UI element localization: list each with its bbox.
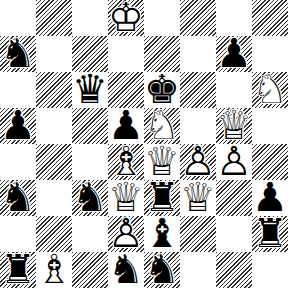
- square-h2[interactable]: ♜♜: [252, 216, 288, 252]
- black-knight-c3[interactable]: ♞: [72, 179, 108, 215]
- black-knight-a3[interactable]: ♞: [0, 179, 36, 215]
- square-b6[interactable]: [36, 72, 72, 108]
- square-g7[interactable]: ♟♟: [216, 36, 252, 72]
- white-pawn-g4[interactable]: ♙: [216, 143, 252, 179]
- square-c3[interactable]: ♞♞: [72, 180, 108, 216]
- black-knight-a7[interactable]: ♞: [0, 35, 36, 71]
- square-d8[interactable]: ♚♔: [108, 0, 144, 36]
- square-h6[interactable]: ♞♘: [252, 72, 288, 108]
- square-f8[interactable]: [180, 0, 216, 36]
- white-knight-h6[interactable]: ♘: [252, 71, 288, 107]
- black-knight-e1[interactable]: ♞: [144, 251, 180, 287]
- square-c2[interactable]: [72, 216, 108, 252]
- square-b3[interactable]: [36, 180, 72, 216]
- square-b4[interactable]: [36, 144, 72, 180]
- black-pawn-g7[interactable]: ♟: [216, 35, 252, 71]
- square-h1[interactable]: [252, 252, 288, 288]
- square-a1[interactable]: ♜♜: [0, 252, 36, 288]
- square-f1[interactable]: [180, 252, 216, 288]
- square-b7[interactable]: [36, 36, 72, 72]
- square-f7[interactable]: [180, 36, 216, 72]
- square-a7[interactable]: ♞♞: [0, 36, 36, 72]
- square-f2[interactable]: [180, 216, 216, 252]
- chess-board: ♚♔♞♞♟♟♛♛♚♚♞♘♟♟♟♟♞♘♛♕♝♗♛♕♟♙♟♙♞♞♞♞♛♕♜♜♛♕♟♟…: [0, 0, 288, 288]
- square-d1[interactable]: ♞♞: [108, 252, 144, 288]
- square-g1[interactable]: [216, 252, 252, 288]
- black-rook-h2[interactable]: ♜: [252, 215, 288, 251]
- square-h8[interactable]: [252, 0, 288, 36]
- square-c1[interactable]: [72, 252, 108, 288]
- square-c8[interactable]: [72, 0, 108, 36]
- square-a5[interactable]: ♟♟: [0, 108, 36, 144]
- square-e1[interactable]: ♞♞: [144, 252, 180, 288]
- square-g3[interactable]: [216, 180, 252, 216]
- square-b1[interactable]: ♝♗: [36, 252, 72, 288]
- square-b8[interactable]: [36, 0, 72, 36]
- black-queen-c6[interactable]: ♛: [72, 71, 108, 107]
- black-pawn-a5[interactable]: ♟: [0, 107, 36, 143]
- square-f3[interactable]: ♛♕: [180, 180, 216, 216]
- square-g2[interactable]: [216, 216, 252, 252]
- black-knight-d1[interactable]: ♞: [108, 251, 144, 287]
- square-b5[interactable]: [36, 108, 72, 144]
- square-c6[interactable]: ♛♛: [72, 72, 108, 108]
- square-h5[interactable]: [252, 108, 288, 144]
- square-f6[interactable]: [180, 72, 216, 108]
- square-e8[interactable]: [144, 0, 180, 36]
- square-a3[interactable]: ♞♞: [0, 180, 36, 216]
- white-king-d8[interactable]: ♔: [108, 0, 144, 35]
- square-g4[interactable]: ♟♙: [216, 144, 252, 180]
- square-d7[interactable]: [108, 36, 144, 72]
- black-rook-a1[interactable]: ♜: [0, 251, 36, 287]
- white-bishop-b1[interactable]: ♗: [36, 251, 72, 287]
- square-c5[interactable]: [72, 108, 108, 144]
- white-queen-f3[interactable]: ♕: [180, 179, 216, 215]
